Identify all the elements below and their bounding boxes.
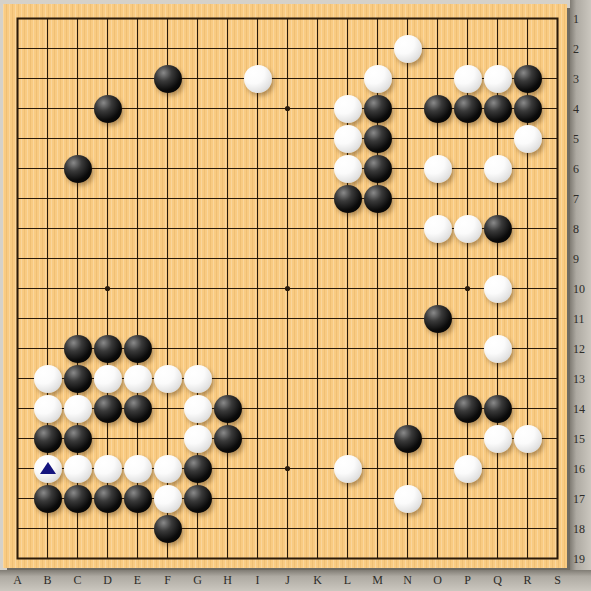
black-stone[interactable] [94, 395, 122, 423]
white-stone[interactable] [394, 35, 422, 63]
white-stone[interactable] [94, 455, 122, 483]
white-stone[interactable] [124, 365, 152, 393]
white-stone[interactable] [424, 155, 452, 183]
last-move-triangle-marker [40, 462, 56, 474]
white-stone[interactable] [424, 215, 452, 243]
black-stone[interactable] [214, 425, 242, 453]
star-point [105, 286, 110, 291]
white-stone[interactable] [484, 335, 512, 363]
black-stone[interactable] [364, 155, 392, 183]
black-stone[interactable] [34, 485, 62, 513]
white-stone[interactable] [364, 65, 392, 93]
column-label: B [40, 572, 56, 588]
white-stone[interactable] [334, 155, 362, 183]
column-label: K [310, 572, 326, 588]
white-stone[interactable] [34, 365, 62, 393]
white-stone[interactable] [184, 425, 212, 453]
column-label: R [520, 572, 536, 588]
black-stone[interactable] [214, 395, 242, 423]
column-label: G [190, 572, 206, 588]
black-stone[interactable] [94, 95, 122, 123]
column-label: E [130, 572, 146, 588]
black-stone[interactable] [154, 515, 182, 543]
white-stone[interactable] [34, 395, 62, 423]
row-label: 2 [573, 41, 590, 57]
column-label: P [460, 572, 476, 588]
white-stone[interactable] [64, 455, 92, 483]
row-label: 15 [573, 431, 590, 447]
white-stone[interactable] [484, 155, 512, 183]
black-stone[interactable] [394, 425, 422, 453]
black-stone[interactable] [124, 395, 152, 423]
row-label: 3 [573, 71, 590, 87]
black-stone[interactable] [64, 155, 92, 183]
column-label: Q [490, 572, 506, 588]
row-label: 9 [573, 251, 590, 267]
black-stone[interactable] [94, 485, 122, 513]
white-stone[interactable] [184, 365, 212, 393]
row-label: 18 [573, 521, 590, 537]
black-stone[interactable] [364, 95, 392, 123]
row-label: 7 [573, 191, 590, 207]
row-label: 12 [573, 341, 590, 357]
column-label: J [280, 572, 296, 588]
column-label: C [70, 572, 86, 588]
column-label: L [340, 572, 356, 588]
black-stone[interactable] [514, 95, 542, 123]
grid-lines [3, 4, 567, 568]
black-stone[interactable] [124, 335, 152, 363]
black-stone[interactable] [94, 335, 122, 363]
column-label: A [10, 572, 26, 588]
black-stone[interactable] [424, 305, 452, 333]
row-label: 16 [573, 461, 590, 477]
black-stone[interactable] [64, 365, 92, 393]
white-stone[interactable] [484, 65, 512, 93]
column-label: H [220, 572, 236, 588]
black-stone[interactable] [124, 485, 152, 513]
white-stone[interactable] [394, 485, 422, 513]
white-stone[interactable] [454, 455, 482, 483]
black-stone[interactable] [484, 215, 512, 243]
black-stone[interactable] [184, 455, 212, 483]
star-point [285, 466, 290, 471]
column-label: D [100, 572, 116, 588]
go-app-window: 12345678910111213141516171819ABCDEFGHIJK… [0, 0, 591, 591]
white-stone[interactable] [484, 425, 512, 453]
row-label: 19 [573, 551, 590, 567]
white-stone[interactable] [514, 125, 542, 153]
white-stone[interactable] [334, 125, 362, 153]
column-label: O [430, 572, 446, 588]
black-stone[interactable] [454, 95, 482, 123]
black-stone[interactable] [184, 485, 212, 513]
row-label: 13 [573, 371, 590, 387]
row-label: 4 [573, 101, 590, 117]
row-label: 6 [573, 161, 590, 177]
black-stone[interactable] [334, 185, 362, 213]
column-label: N [400, 572, 416, 588]
black-stone[interactable] [34, 425, 62, 453]
row-label: 14 [573, 401, 590, 417]
white-stone[interactable] [154, 455, 182, 483]
row-label: 11 [573, 311, 590, 327]
star-point [285, 106, 290, 111]
white-stone[interactable] [334, 455, 362, 483]
column-label: M [370, 572, 386, 588]
black-stone[interactable] [154, 65, 182, 93]
column-label: F [160, 572, 176, 588]
star-point [285, 286, 290, 291]
white-stone[interactable] [184, 395, 212, 423]
row-label: 10 [573, 281, 590, 297]
black-stone[interactable] [364, 185, 392, 213]
row-label: 5 [573, 131, 590, 147]
black-stone[interactable] [64, 485, 92, 513]
black-stone[interactable] [454, 395, 482, 423]
star-point [465, 286, 470, 291]
row-label: 8 [573, 221, 590, 237]
black-stone[interactable] [484, 95, 512, 123]
black-stone[interactable] [64, 425, 92, 453]
white-stone[interactable] [484, 275, 512, 303]
white-stone[interactable] [454, 215, 482, 243]
row-label: 1 [573, 11, 590, 27]
black-stone[interactable] [64, 335, 92, 363]
white-stone[interactable] [64, 395, 92, 423]
column-label: I [250, 572, 266, 588]
black-stone[interactable] [424, 95, 452, 123]
white-stone[interactable] [334, 95, 362, 123]
black-stone[interactable] [514, 65, 542, 93]
black-stone[interactable] [364, 125, 392, 153]
white-stone[interactable] [154, 365, 182, 393]
column-label: S [550, 572, 566, 588]
white-stone[interactable] [514, 425, 542, 453]
white-stone[interactable] [124, 455, 152, 483]
white-stone[interactable] [244, 65, 272, 93]
black-stone[interactable] [484, 395, 512, 423]
white-stone[interactable] [454, 65, 482, 93]
go-board[interactable] [3, 4, 567, 568]
white-stone[interactable] [94, 365, 122, 393]
row-label: 17 [573, 491, 590, 507]
white-stone[interactable] [154, 485, 182, 513]
